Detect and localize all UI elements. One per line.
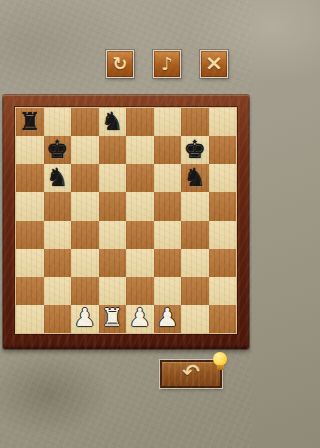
piece-black-knight[interactable]: ♞ — [101, 109, 123, 134]
square-a4[interactable] — [16, 221, 44, 249]
square-b5[interactable] — [44, 192, 72, 220]
square-d5[interactable] — [99, 192, 127, 220]
piece-black-knight[interactable]: ♞ — [46, 165, 68, 190]
lightbulb-icon — [213, 352, 227, 366]
square-e1[interactable]: ♟ — [126, 305, 154, 333]
square-c3[interactable] — [71, 249, 99, 277]
square-f3[interactable] — [154, 249, 182, 277]
square-f8[interactable] — [154, 108, 182, 136]
square-g3[interactable] — [181, 249, 209, 277]
square-f6[interactable] — [154, 164, 182, 192]
piece-black-king[interactable]: ♚ — [184, 137, 206, 162]
square-h6[interactable] — [209, 164, 237, 192]
close-button[interactable]: × — [200, 50, 228, 78]
square-b6[interactable]: ♞ — [44, 164, 72, 192]
square-d8[interactable]: ♞ — [99, 108, 127, 136]
square-d3[interactable] — [99, 249, 127, 277]
square-a3[interactable] — [16, 249, 44, 277]
piece-black-king[interactable]: ♚ — [46, 137, 68, 162]
undo-arrow-icon: ↶ — [182, 362, 200, 383]
square-d7[interactable] — [99, 136, 127, 164]
piece-white-rook[interactable]: ♜ — [101, 305, 123, 330]
chess-board: ♜♞♚♚♞♞♟♜♟♟ — [16, 108, 236, 333]
square-e8[interactable] — [126, 108, 154, 136]
square-d4[interactable] — [99, 221, 127, 249]
bottom-controls: ↶ — [0, 356, 252, 400]
restart-button[interactable]: ↻ — [106, 50, 134, 78]
square-f2[interactable] — [154, 277, 182, 305]
square-e6[interactable] — [126, 164, 154, 192]
square-g4[interactable] — [181, 221, 209, 249]
square-a2[interactable] — [16, 277, 44, 305]
board-inner-trim: ♜♞♚♚♞♞♟♜♟♟ — [15, 107, 237, 334]
square-g8[interactable] — [181, 108, 209, 136]
square-c4[interactable] — [71, 221, 99, 249]
square-e2[interactable] — [126, 277, 154, 305]
square-c6[interactable] — [71, 164, 99, 192]
lightbulb-base — [217, 365, 224, 370]
square-e3[interactable] — [126, 249, 154, 277]
square-h1[interactable] — [209, 305, 237, 333]
square-g1[interactable] — [181, 305, 209, 333]
restart-icon: ↻ — [112, 53, 127, 74]
close-icon: × — [205, 50, 223, 75]
square-c2[interactable] — [71, 277, 99, 305]
square-e5[interactable] — [126, 192, 154, 220]
square-a1[interactable] — [16, 305, 44, 333]
square-h2[interactable] — [209, 277, 237, 305]
chess-board-frame: ♜♞♚♚♞♞♟♜♟♟ — [3, 95, 249, 349]
square-e4[interactable] — [126, 221, 154, 249]
square-h4[interactable] — [209, 221, 237, 249]
piece-white-pawn[interactable]: ♟ — [156, 305, 178, 330]
square-f4[interactable] — [154, 221, 182, 249]
square-c1[interactable]: ♟ — [71, 305, 99, 333]
piece-white-pawn[interactable]: ♟ — [74, 305, 96, 330]
hint-button[interactable] — [212, 352, 228, 374]
square-d2[interactable] — [99, 277, 127, 305]
sound-button[interactable]: ♪ — [153, 50, 181, 78]
square-g5[interactable] — [181, 192, 209, 220]
square-g2[interactable] — [181, 277, 209, 305]
square-b4[interactable] — [44, 221, 72, 249]
square-d6[interactable] — [99, 164, 127, 192]
toolbar: ↻ ♪ × — [0, 50, 252, 78]
square-b7[interactable]: ♚ — [44, 136, 72, 164]
square-e7[interactable] — [126, 136, 154, 164]
square-f7[interactable] — [154, 136, 182, 164]
square-h8[interactable] — [209, 108, 237, 136]
square-a5[interactable] — [16, 192, 44, 220]
square-d1[interactable]: ♜ — [99, 305, 127, 333]
piece-black-knight[interactable]: ♞ — [184, 165, 206, 190]
square-a6[interactable] — [16, 164, 44, 192]
square-f1[interactable]: ♟ — [154, 305, 182, 333]
square-h3[interactable] — [209, 249, 237, 277]
square-c5[interactable] — [71, 192, 99, 220]
square-g7[interactable]: ♚ — [181, 136, 209, 164]
piece-white-pawn[interactable]: ♟ — [129, 305, 151, 330]
square-c8[interactable] — [71, 108, 99, 136]
square-a8[interactable]: ♜ — [16, 108, 44, 136]
square-b1[interactable] — [44, 305, 72, 333]
square-f5[interactable] — [154, 192, 182, 220]
music-note-icon: ♪ — [161, 53, 173, 74]
square-g6[interactable]: ♞ — [181, 164, 209, 192]
square-a7[interactable] — [16, 136, 44, 164]
square-c7[interactable] — [71, 136, 99, 164]
piece-black-rook[interactable]: ♜ — [19, 109, 41, 134]
square-b3[interactable] — [44, 249, 72, 277]
square-h7[interactable] — [209, 136, 237, 164]
square-b8[interactable] — [44, 108, 72, 136]
square-b2[interactable] — [44, 277, 72, 305]
square-h5[interactable] — [209, 192, 237, 220]
